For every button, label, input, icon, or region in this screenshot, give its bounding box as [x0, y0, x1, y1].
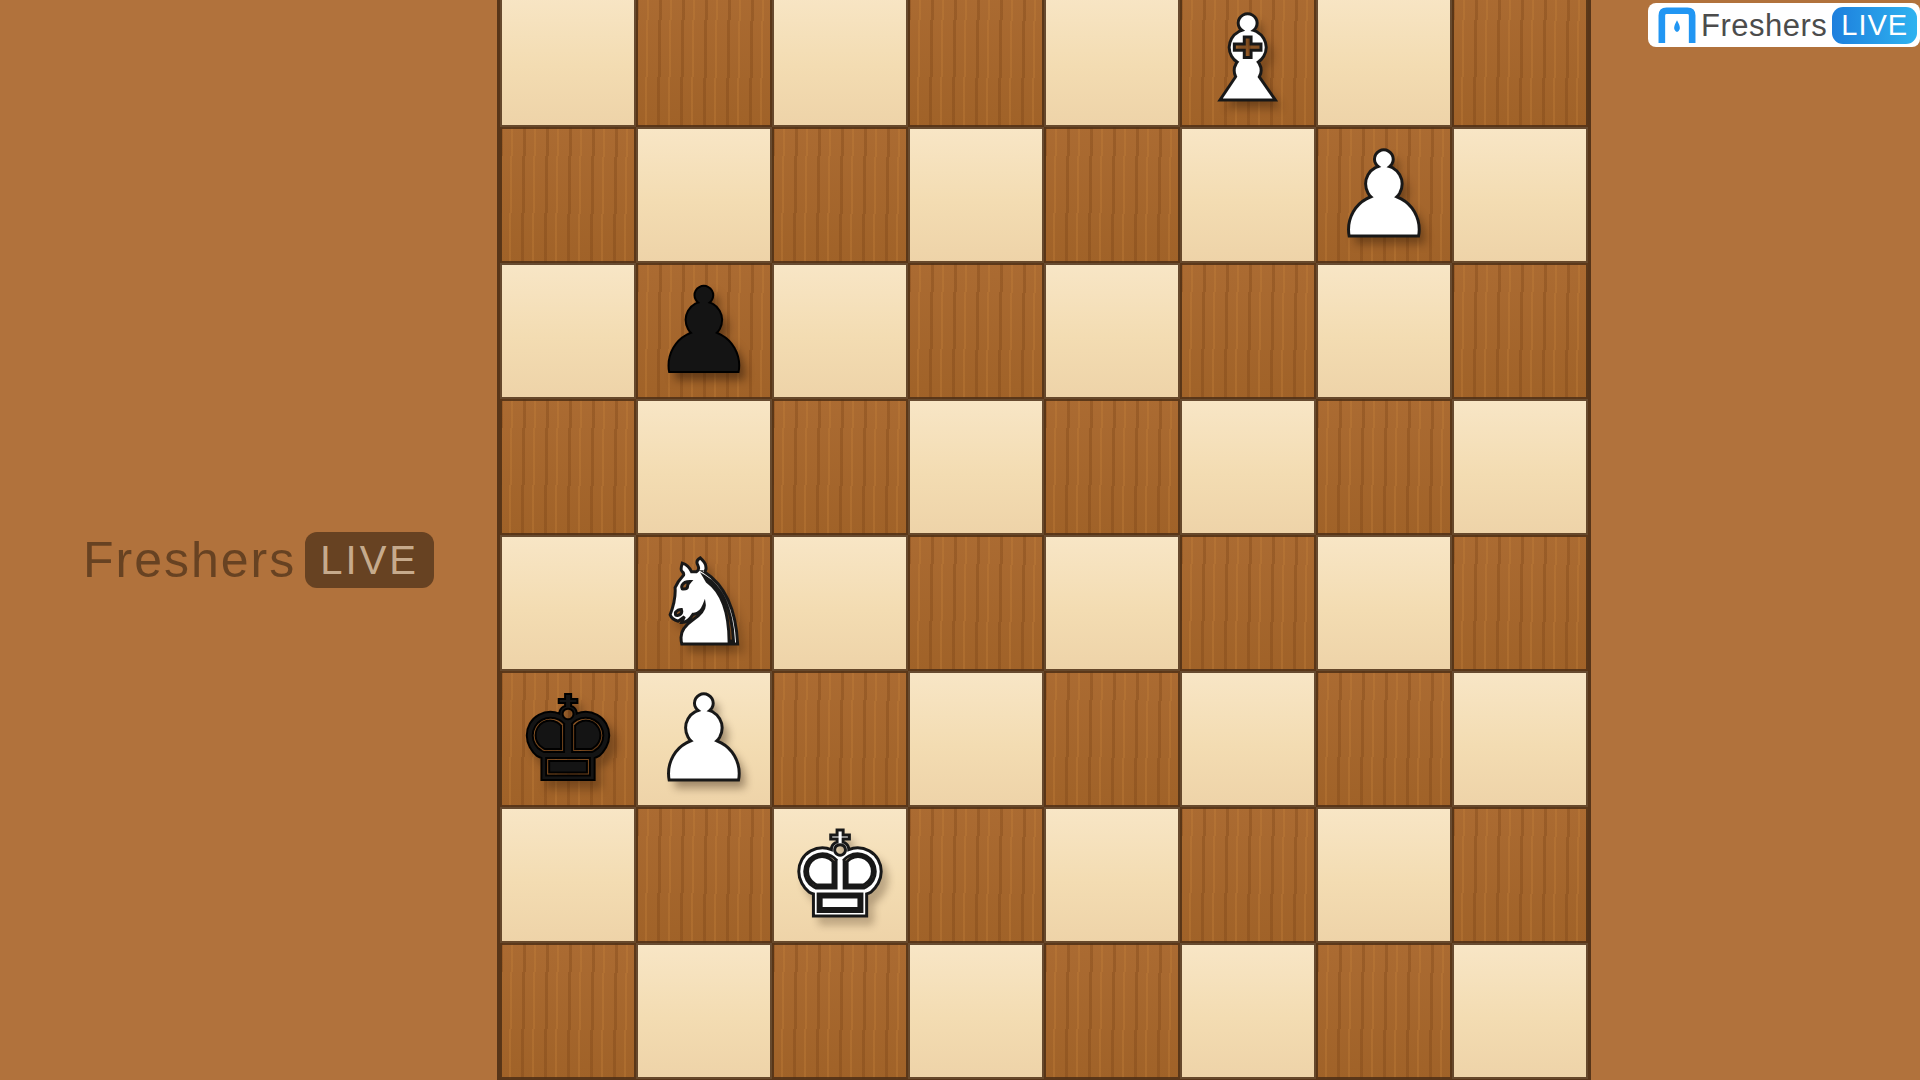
watermark-brand-text: Freshers: [83, 531, 296, 589]
square-h8[interactable]: [1452, 0, 1588, 127]
square-f1[interactable]: [1180, 943, 1316, 1079]
square-d2[interactable]: [908, 807, 1044, 943]
square-h6[interactable]: [1452, 263, 1588, 399]
square-h3[interactable]: [1452, 671, 1588, 807]
square-d7[interactable]: [908, 127, 1044, 263]
square-b6[interactable]: ♟: [636, 263, 772, 399]
white-king-c2: ♚: [772, 807, 908, 943]
square-c6[interactable]: [772, 263, 908, 399]
square-e7[interactable]: [1044, 127, 1180, 263]
square-g2[interactable]: [1316, 807, 1452, 943]
square-f3[interactable]: [1180, 671, 1316, 807]
square-a2[interactable]: [500, 807, 636, 943]
square-d5[interactable]: [908, 399, 1044, 535]
square-e2[interactable]: [1044, 807, 1180, 943]
white-bishop-f8: ♝: [1180, 0, 1316, 127]
square-b4[interactable]: ♞: [636, 535, 772, 671]
square-c8[interactable]: [772, 0, 908, 127]
square-f6[interactable]: [1180, 263, 1316, 399]
square-h7[interactable]: [1452, 127, 1588, 263]
square-a7[interactable]: [500, 127, 636, 263]
black-king-a3: ♚: [500, 671, 636, 807]
square-d1[interactable]: [908, 943, 1044, 1079]
square-b3[interactable]: ♟: [636, 671, 772, 807]
square-e1[interactable]: [1044, 943, 1180, 1079]
white-pawn-g7: ♟: [1316, 127, 1452, 263]
logo-live-badge: LIVE: [1832, 7, 1917, 44]
square-h2[interactable]: [1452, 807, 1588, 943]
square-e5[interactable]: [1044, 399, 1180, 535]
square-c4[interactable]: [772, 535, 908, 671]
square-f8[interactable]: ♝: [1180, 0, 1316, 127]
square-a3[interactable]: ♚: [500, 671, 636, 807]
square-d8[interactable]: [908, 0, 1044, 127]
chess-board: ♝♟♟♞♚♟♚: [500, 0, 1588, 1079]
square-a6[interactable]: [500, 263, 636, 399]
square-b2[interactable]: [636, 807, 772, 943]
square-g4[interactable]: [1316, 535, 1452, 671]
watermark: Freshers LIVE: [83, 531, 434, 589]
square-c5[interactable]: [772, 399, 908, 535]
square-a1[interactable]: [500, 943, 636, 1079]
square-h1[interactable]: [1452, 943, 1588, 1079]
white-pawn-b3: ♟: [636, 671, 772, 807]
square-c2[interactable]: ♚: [772, 807, 908, 943]
square-a4[interactable]: [500, 535, 636, 671]
fresherslive-monogram-icon: [1658, 7, 1696, 43]
square-h4[interactable]: [1452, 535, 1588, 671]
square-e4[interactable]: [1044, 535, 1180, 671]
watermark-live-badge: LIVE: [305, 532, 434, 588]
square-b7[interactable]: [636, 127, 772, 263]
square-e6[interactable]: [1044, 263, 1180, 399]
square-g8[interactable]: [1316, 0, 1452, 127]
square-c7[interactable]: [772, 127, 908, 263]
square-g7[interactable]: ♟: [1316, 127, 1452, 263]
square-g3[interactable]: [1316, 671, 1452, 807]
square-a5[interactable]: [500, 399, 636, 535]
square-d3[interactable]: [908, 671, 1044, 807]
square-g5[interactable]: [1316, 399, 1452, 535]
square-g1[interactable]: [1316, 943, 1452, 1079]
square-d4[interactable]: [908, 535, 1044, 671]
square-b5[interactable]: [636, 399, 772, 535]
white-knight-b4: ♞: [636, 535, 772, 671]
square-c1[interactable]: [772, 943, 908, 1079]
square-e8[interactable]: [1044, 0, 1180, 127]
square-b8[interactable]: [636, 0, 772, 127]
square-e3[interactable]: [1044, 671, 1180, 807]
square-f7[interactable]: [1180, 127, 1316, 263]
square-c3[interactable]: [772, 671, 908, 807]
chess-puzzle-page: { "game": "chess", "title": "Chess puzzl…: [0, 0, 1920, 1080]
square-f4[interactable]: [1180, 535, 1316, 671]
black-pawn-b6: ♟: [636, 263, 772, 399]
square-f5[interactable]: [1180, 399, 1316, 535]
square-b1[interactable]: [636, 943, 772, 1079]
square-h5[interactable]: [1452, 399, 1588, 535]
square-g6[interactable]: [1316, 263, 1452, 399]
fresherslive-logo: Freshers LIVE: [1648, 3, 1920, 47]
square-d6[interactable]: [908, 263, 1044, 399]
square-f2[interactable]: [1180, 807, 1316, 943]
square-a8[interactable]: [500, 0, 636, 127]
logo-brand-text: Freshers: [1701, 10, 1827, 41]
